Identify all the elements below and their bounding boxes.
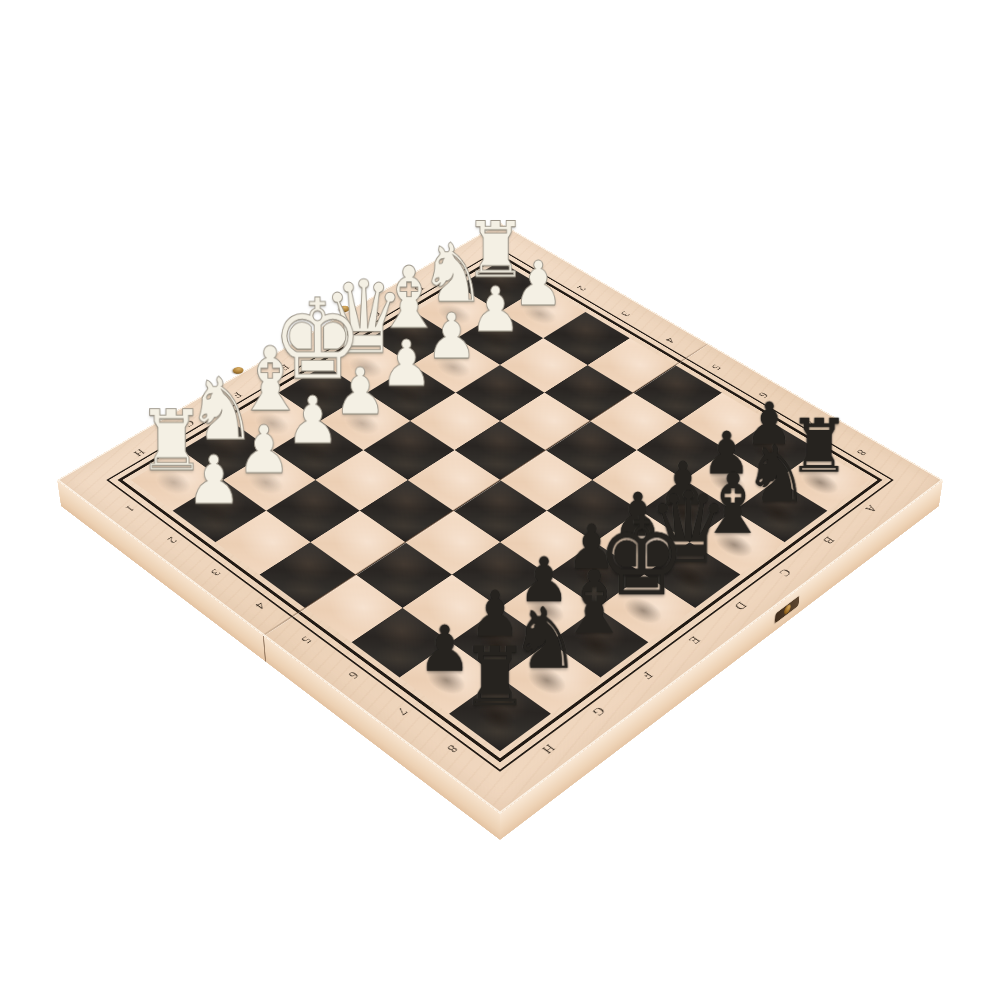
fold-seam-side <box>263 636 266 663</box>
board-surface: ♜♟♟♜♞♟♟♞♝♟♟♝♛♟♟♛♚♟♟♚♝♟♟♝♞♟♟♞♜♟♟♜ 1234567… <box>57 223 943 814</box>
square-h8[interactable]: ♜ <box>449 677 551 751</box>
square-e4[interactable] <box>408 450 500 511</box>
product-photo: ♜♟♟♜♞♟♟♞♝♟♟♝♛♟♟♛♚♟♟♚♝♟♟♝♞♟♟♞♜♟♟♜ 1234567… <box>0 0 1000 1000</box>
latch-knob-icon <box>784 603 791 616</box>
board-grid: ♜♟♟♜♞♟♟♞♝♟♟♝♛♟♟♛♚♟♟♚♝♟♟♝♞♟♟♞♜♟♟♜ <box>131 261 869 751</box>
white-pawn-h2[interactable]: ♟ <box>128 447 301 514</box>
brass-latch <box>775 596 800 624</box>
chess-board-scene: ♜♟♟♜♞♟♟♞♝♟♟♝♛♟♟♛♚♟♟♚♝♟♟♝♞♟♟♞♜♟♟♜ 1234567… <box>57 223 943 814</box>
black-rook-h8[interactable]: ♜ <box>401 636 589 717</box>
